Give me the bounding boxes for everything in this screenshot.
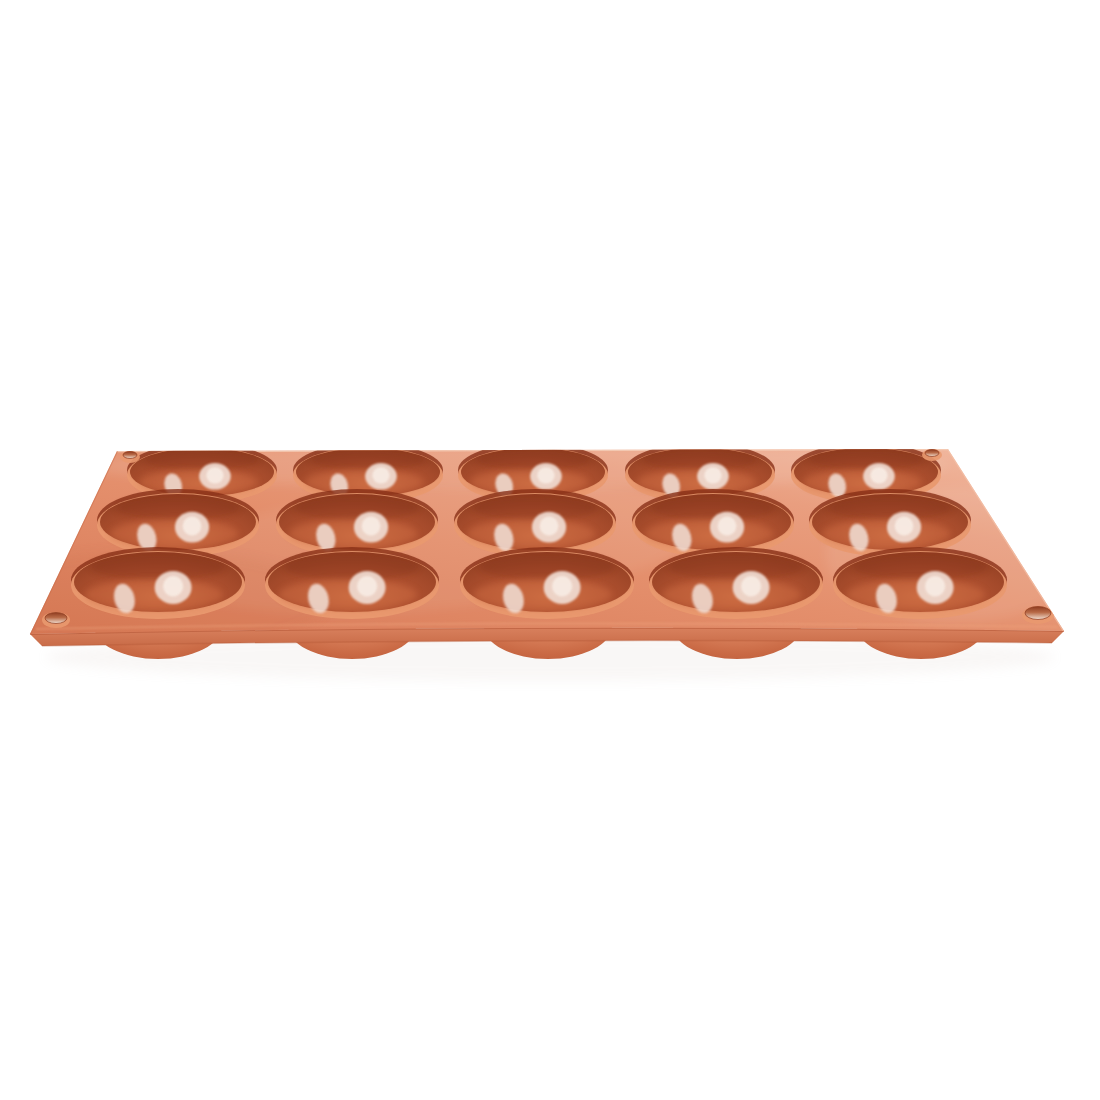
corner-hole-opening <box>45 613 67 624</box>
corner-hole-4 <box>1022 606 1054 624</box>
corner-hole-2 <box>922 449 942 461</box>
corner-hole-3 <box>42 612 70 628</box>
cavity-inner-glow <box>85 580 223 610</box>
cavity-inner-shadow <box>853 554 987 581</box>
cavity-reflection-core <box>704 467 721 483</box>
cavity-inner-glow <box>847 580 985 610</box>
corner-hole-opening <box>1025 607 1051 620</box>
cavity-inner-glow <box>467 520 595 548</box>
cavity-reflection-core <box>870 467 887 483</box>
cavity-reflection-core <box>362 516 381 535</box>
cavity-inner-shadow <box>651 495 776 520</box>
cavity-inner-glow <box>645 520 773 548</box>
cavity-r3c1 <box>71 547 245 619</box>
cavity-inner-shadow <box>144 449 259 471</box>
cavity-reflection-core <box>741 576 761 596</box>
cavity-inner-shadow <box>828 495 953 520</box>
cavity-inner-shadow <box>473 495 598 520</box>
corner-hole-1 <box>120 451 140 463</box>
cavity-reflection-core <box>357 576 377 596</box>
cavity-r2c4 <box>632 489 794 557</box>
cavity-r3c5 <box>833 547 1007 619</box>
cavity-reflection-core <box>372 467 389 483</box>
corner-hole-opening <box>925 450 939 457</box>
cavity-inner-glow <box>289 520 417 548</box>
cavity-inner-shadow <box>91 554 225 581</box>
cavity-reflection-core <box>895 516 914 535</box>
corner-hole-opening <box>123 452 137 459</box>
cavity-inner-shadow <box>295 495 420 520</box>
cavity-reflection-core <box>537 467 554 483</box>
cavity-reflection-core <box>552 576 572 596</box>
cavity-inner-shadow <box>475 449 590 471</box>
cavity-reflection-core <box>183 516 202 535</box>
cavity-r3c4 <box>649 547 823 619</box>
cavity-r3c2 <box>265 547 439 619</box>
cavity-r2c3 <box>454 489 616 557</box>
cavity-r2c1 <box>97 489 259 557</box>
cavity-reflection-core <box>163 576 183 596</box>
cavity-inner-shadow <box>480 554 614 581</box>
baking-mould <box>0 0 1100 1100</box>
surface-details <box>0 443 1085 650</box>
cavity-inner-shadow <box>285 554 419 581</box>
cavity-inner-shadow <box>642 449 757 471</box>
cavity-inner-shadow <box>808 449 923 471</box>
cavity-inner-shadow <box>116 495 241 520</box>
cavity-inner-glow <box>474 580 612 610</box>
cavity-inner-shadow <box>310 449 425 471</box>
cavity-reflection-core <box>718 516 737 535</box>
cavity-reflection-core <box>540 516 559 535</box>
cavity-r2c5 <box>809 489 971 557</box>
cavity-reflection-core <box>925 576 945 596</box>
cavity-r3c3 <box>460 547 634 619</box>
cavity-inner-glow <box>663 580 801 610</box>
cavity-r2c2 <box>276 489 438 557</box>
cavity-inner-glow <box>279 580 417 610</box>
cavity-inner-glow <box>110 520 238 548</box>
cavity-inner-glow <box>822 520 950 548</box>
product-photo <box>0 0 1100 1100</box>
cavity-inner-shadow <box>669 554 803 581</box>
cavity-reflection-core <box>206 467 223 483</box>
